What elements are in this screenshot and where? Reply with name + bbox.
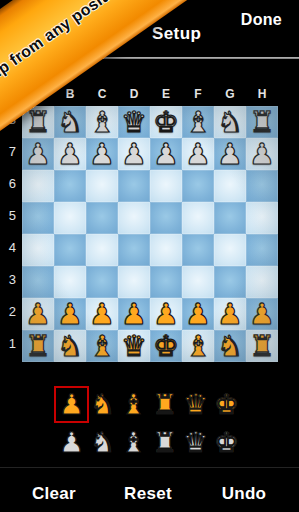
white-rook: ♜ bbox=[25, 332, 51, 361]
square-d6[interactable] bbox=[118, 170, 150, 202]
square-d1[interactable]: ♛ bbox=[118, 330, 150, 362]
palette-silver-pawn[interactable]: ♟ bbox=[56, 426, 87, 459]
square-e4[interactable] bbox=[150, 234, 182, 266]
square-b6[interactable] bbox=[54, 170, 86, 202]
reset-button[interactable]: Reset bbox=[112, 484, 184, 504]
square-f3[interactable] bbox=[182, 266, 214, 298]
square-h3[interactable] bbox=[246, 266, 278, 298]
square-b3[interactable] bbox=[54, 266, 86, 298]
white-pawn: ♟ bbox=[249, 300, 275, 329]
square-f4[interactable] bbox=[182, 234, 214, 266]
square-e6[interactable] bbox=[150, 170, 182, 202]
file-label-g: G bbox=[214, 85, 246, 103]
square-h5[interactable] bbox=[246, 202, 278, 234]
page-title: Setup bbox=[152, 24, 201, 44]
square-g8[interactable]: ♞ bbox=[214, 106, 246, 138]
square-f6[interactable] bbox=[182, 170, 214, 202]
square-c3[interactable] bbox=[86, 266, 118, 298]
square-h2[interactable]: ♟ bbox=[246, 298, 278, 330]
silver-queen-glyph: ♛ bbox=[183, 429, 208, 457]
gold-pawn-glyph: ♟ bbox=[59, 391, 84, 419]
square-a5[interactable] bbox=[22, 202, 54, 234]
black-pawn: ♟ bbox=[217, 140, 243, 169]
clear-button[interactable]: Clear bbox=[19, 484, 89, 504]
square-h8[interactable]: ♜ bbox=[246, 106, 278, 138]
file-label-e: E bbox=[150, 85, 182, 103]
rank-label-1: 1 bbox=[0, 330, 16, 362]
palette-gold-pawn[interactable]: ♟ bbox=[56, 388, 87, 421]
square-f2[interactable]: ♟ bbox=[182, 298, 214, 330]
square-c8[interactable]: ♝ bbox=[86, 106, 118, 138]
rank-label-5: 5 bbox=[0, 202, 16, 234]
square-f1[interactable]: ♝ bbox=[182, 330, 214, 362]
gold-knight-glyph: ♞ bbox=[90, 391, 115, 419]
square-a3[interactable] bbox=[22, 266, 54, 298]
black-bishop: ♝ bbox=[89, 108, 115, 137]
square-e8[interactable]: ♚ bbox=[150, 106, 182, 138]
silver-rook-glyph: ♜ bbox=[152, 429, 177, 457]
file-label-c: C bbox=[86, 85, 118, 103]
setup-screen: Setup Done ABCDEFGH 87654321 ♜♞♝♛♚♝♞♜♟♟♟… bbox=[0, 0, 299, 512]
square-f7[interactable]: ♟ bbox=[182, 138, 214, 170]
square-d8[interactable]: ♛ bbox=[118, 106, 150, 138]
white-rook: ♜ bbox=[249, 332, 275, 361]
black-king: ♚ bbox=[153, 108, 179, 137]
white-pawn: ♟ bbox=[153, 300, 179, 329]
square-a1[interactable]: ♜ bbox=[22, 330, 54, 362]
rank-label-4: 4 bbox=[0, 234, 16, 266]
palette-silver-bishop[interactable]: ♝ bbox=[118, 426, 149, 459]
silver-king-glyph: ♚ bbox=[214, 429, 239, 457]
chess-board: ♜♞♝♛♚♝♞♜♟♟♟♟♟♟♟♟♟♟♟♟♟♟♟♟♜♞♝♛♚♝♞♜ bbox=[22, 106, 278, 362]
square-b1[interactable]: ♞ bbox=[54, 330, 86, 362]
square-g7[interactable]: ♟ bbox=[214, 138, 246, 170]
square-c2[interactable]: ♟ bbox=[86, 298, 118, 330]
square-h7[interactable]: ♟ bbox=[246, 138, 278, 170]
black-knight: ♞ bbox=[57, 108, 83, 137]
palette-gold-queen[interactable]: ♛ bbox=[180, 388, 211, 421]
square-b2[interactable]: ♟ bbox=[54, 298, 86, 330]
toolbar-divider bbox=[0, 467, 299, 468]
file-label-h: H bbox=[246, 85, 278, 103]
white-knight: ♞ bbox=[57, 332, 83, 361]
silver-pawn-glyph: ♟ bbox=[59, 429, 84, 457]
white-bishop: ♝ bbox=[185, 332, 211, 361]
white-king: ♚ bbox=[153, 332, 179, 361]
done-button[interactable]: Done bbox=[241, 11, 282, 29]
white-queen: ♛ bbox=[121, 332, 147, 361]
square-a2[interactable]: ♟ bbox=[22, 298, 54, 330]
white-pawn: ♟ bbox=[121, 300, 147, 329]
square-e2[interactable]: ♟ bbox=[150, 298, 182, 330]
square-c6[interactable] bbox=[86, 170, 118, 202]
square-f8[interactable]: ♝ bbox=[182, 106, 214, 138]
square-a7[interactable]: ♟ bbox=[22, 138, 54, 170]
square-c1[interactable]: ♝ bbox=[86, 330, 118, 362]
rank-label-7: 7 bbox=[0, 138, 16, 170]
square-h1[interactable]: ♜ bbox=[246, 330, 278, 362]
black-pawn: ♟ bbox=[153, 140, 179, 169]
black-pawn: ♟ bbox=[249, 140, 275, 169]
gold-king-glyph: ♚ bbox=[214, 391, 239, 419]
square-e7[interactable]: ♟ bbox=[150, 138, 182, 170]
square-g6[interactable] bbox=[214, 170, 246, 202]
gold-rook-glyph: ♜ bbox=[152, 391, 177, 419]
square-b7[interactable]: ♟ bbox=[54, 138, 86, 170]
square-d5[interactable] bbox=[118, 202, 150, 234]
square-c5[interactable] bbox=[86, 202, 118, 234]
black-queen: ♛ bbox=[121, 108, 147, 137]
black-knight: ♞ bbox=[217, 108, 243, 137]
file-label-d: D bbox=[118, 85, 150, 103]
square-c4[interactable] bbox=[86, 234, 118, 266]
silver-bishop-glyph: ♝ bbox=[121, 429, 146, 457]
square-f5[interactable] bbox=[182, 202, 214, 234]
white-pawn: ♟ bbox=[57, 300, 83, 329]
square-g3[interactable] bbox=[214, 266, 246, 298]
palette-row-gold: ♟♞♝♜♛♚ bbox=[56, 388, 242, 421]
black-pawn: ♟ bbox=[121, 140, 147, 169]
palette-silver-knight[interactable]: ♞ bbox=[87, 426, 118, 459]
square-d3[interactable] bbox=[118, 266, 150, 298]
silver-knight-glyph: ♞ bbox=[90, 429, 115, 457]
rank-label-2: 2 bbox=[0, 298, 16, 330]
file-label-f: F bbox=[182, 85, 214, 103]
palette-gold-bishop[interactable]: ♝ bbox=[118, 388, 149, 421]
square-e1[interactable]: ♚ bbox=[150, 330, 182, 362]
white-pawn: ♟ bbox=[89, 300, 115, 329]
square-d2[interactable]: ♟ bbox=[118, 298, 150, 330]
white-bishop: ♝ bbox=[89, 332, 115, 361]
square-b4[interactable] bbox=[54, 234, 86, 266]
square-h4[interactable] bbox=[246, 234, 278, 266]
black-pawn: ♟ bbox=[185, 140, 211, 169]
white-pawn: ♟ bbox=[25, 300, 51, 329]
square-g4[interactable] bbox=[214, 234, 246, 266]
palette-gold-king[interactable]: ♚ bbox=[211, 388, 242, 421]
rank-label-3: 3 bbox=[0, 266, 16, 298]
square-e5[interactable] bbox=[150, 202, 182, 234]
palette-gold-knight[interactable]: ♞ bbox=[87, 388, 118, 421]
black-pawn: ♟ bbox=[57, 140, 83, 169]
square-d4[interactable] bbox=[118, 234, 150, 266]
square-d7[interactable]: ♟ bbox=[118, 138, 150, 170]
ribbon-text: Setup from any position. bbox=[0, 0, 135, 98]
undo-button[interactable]: Undo bbox=[209, 484, 279, 504]
gold-bishop-glyph: ♝ bbox=[121, 391, 146, 419]
rank-label-6: 6 bbox=[0, 170, 16, 202]
white-pawn: ♟ bbox=[217, 300, 243, 329]
black-pawn: ♟ bbox=[25, 140, 51, 169]
square-a4[interactable] bbox=[22, 234, 54, 266]
square-g5[interactable] bbox=[214, 202, 246, 234]
palette-silver-queen[interactable]: ♛ bbox=[180, 426, 211, 459]
white-pawn: ♟ bbox=[185, 300, 211, 329]
square-c7[interactable]: ♟ bbox=[86, 138, 118, 170]
black-rook: ♜ bbox=[25, 108, 51, 137]
square-b5[interactable] bbox=[54, 202, 86, 234]
square-b8[interactable]: ♞ bbox=[54, 106, 86, 138]
square-a6[interactable] bbox=[22, 170, 54, 202]
palette-gold-rook[interactable]: ♜ bbox=[149, 388, 180, 421]
white-knight: ♞ bbox=[217, 332, 243, 361]
black-rook: ♜ bbox=[249, 108, 275, 137]
palette-silver-rook[interactable]: ♜ bbox=[149, 426, 180, 459]
gold-queen-glyph: ♛ bbox=[183, 391, 208, 419]
palette-silver-king[interactable]: ♚ bbox=[211, 426, 242, 459]
square-g2[interactable]: ♟ bbox=[214, 298, 246, 330]
palette-row-silver: ♟♞♝♜♛♚ bbox=[56, 426, 242, 459]
black-bishop: ♝ bbox=[185, 108, 211, 137]
square-g1[interactable]: ♞ bbox=[214, 330, 246, 362]
black-pawn: ♟ bbox=[89, 140, 115, 169]
square-e3[interactable] bbox=[150, 266, 182, 298]
square-h6[interactable] bbox=[246, 170, 278, 202]
rank-labels: 87654321 bbox=[0, 106, 16, 362]
